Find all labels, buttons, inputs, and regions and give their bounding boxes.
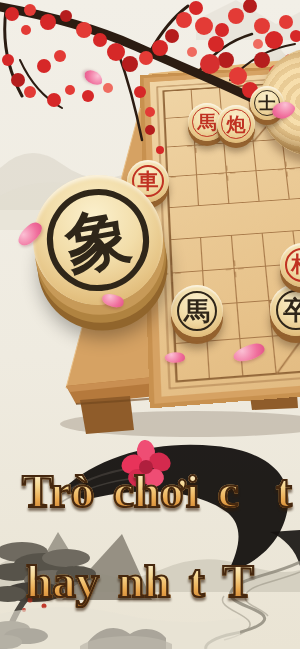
board-cell[interactable] [237, 301, 273, 339]
piece-char: 車 [138, 171, 159, 192]
board-cell[interactable] [170, 238, 203, 274]
piece-char: 象 [60, 202, 135, 277]
hero-caption-line1: Trò chơi c t [22, 464, 292, 518]
board-cell[interactable] [232, 234, 266, 269]
piece-red-cannon[interactable]: 炮 [217, 105, 255, 143]
board-cell[interactable] [273, 334, 300, 374]
piece-char: 相 [291, 254, 300, 276]
board-cell[interactable] [201, 236, 235, 271]
piece-char: 馬 [198, 113, 217, 132]
piece-char: 炮 [227, 115, 246, 134]
hero-caption-line2: hay nh t T [26, 554, 254, 608]
promo-screenshot: Trò chơi c t hay nh t T 士馬炮車馬卒相象 [0, 0, 300, 649]
blossoms [2, 0, 300, 154]
piece-char: 卒 [283, 297, 300, 323]
piece-black-horse[interactable]: 馬 [171, 285, 223, 337]
board-cell[interactable] [235, 267, 270, 304]
piece-char: 馬 [184, 298, 210, 324]
